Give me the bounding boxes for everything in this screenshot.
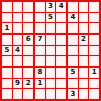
cell-r3c6[interactable] xyxy=(56,23,66,33)
cell-r3c4[interactable] xyxy=(35,23,45,33)
cell-r7c5[interactable] xyxy=(46,68,56,78)
cell-r4c2[interactable] xyxy=(13,35,23,45)
cell-r4c9[interactable] xyxy=(89,35,99,45)
cell-r3c2[interactable] xyxy=(13,23,23,33)
cell-r6c3[interactable] xyxy=(23,56,33,66)
cell-r3c9[interactable] xyxy=(89,23,99,33)
cell-r4c6[interactable] xyxy=(56,35,66,45)
cell-r6c4[interactable] xyxy=(35,56,45,66)
cell-r7c1[interactable] xyxy=(2,68,12,78)
cell-r1c2[interactable] xyxy=(13,2,23,12)
cell-r4c3: 6 xyxy=(23,35,33,45)
cell-r5c9[interactable] xyxy=(89,46,99,56)
cell-r9c9[interactable] xyxy=(89,89,99,99)
cell-r5c5[interactable] xyxy=(46,46,56,56)
cell-r7c4: 8 xyxy=(35,68,45,78)
cell-r1c5: 3 xyxy=(46,2,56,12)
cell-r5c4[interactable] xyxy=(35,46,45,56)
cell-r6c9[interactable] xyxy=(89,56,99,66)
sudoku-box-r3c1: 92 xyxy=(2,68,33,99)
cell-r5c7[interactable] xyxy=(68,46,78,56)
cell-r7c9: 1 xyxy=(89,68,99,78)
cell-r8c2: 9 xyxy=(13,79,23,89)
cell-r8c4: 1 xyxy=(35,79,45,89)
sudoku-box-r1c1: 1 xyxy=(2,2,33,33)
cell-r3c1: 1 xyxy=(2,23,12,33)
cell-r4c7[interactable] xyxy=(68,35,78,45)
cell-r1c9[interactable] xyxy=(89,2,99,12)
cell-r2c7: 4 xyxy=(68,13,78,23)
sudoku-box-r2c1: 654 xyxy=(2,35,33,66)
cell-r6c7[interactable] xyxy=(68,56,78,66)
cell-r2c3[interactable] xyxy=(23,13,33,23)
cell-r3c3[interactable] xyxy=(23,23,33,33)
cell-r4c1[interactable] xyxy=(2,35,12,45)
sudoku-box-r2c3: 2 xyxy=(68,35,99,66)
cell-r2c8[interactable] xyxy=(79,13,89,23)
cell-r2c6[interactable] xyxy=(56,13,66,23)
cell-r9c6[interactable] xyxy=(56,89,66,99)
cell-r6c1[interactable] xyxy=(2,56,12,66)
cell-r8c9[interactable] xyxy=(89,79,99,89)
cell-r2c1[interactable] xyxy=(2,13,12,23)
cell-r1c4[interactable] xyxy=(35,2,45,12)
cell-r6c6[interactable] xyxy=(56,56,66,66)
cell-r1c7[interactable] xyxy=(68,2,78,12)
cell-r7c3[interactable] xyxy=(23,68,33,78)
cell-r5c6[interactable] xyxy=(56,46,66,56)
cell-r9c1[interactable] xyxy=(2,89,12,99)
cell-r4c4: 7 xyxy=(35,35,45,45)
cell-r7c6[interactable] xyxy=(56,68,66,78)
cell-r6c2[interactable] xyxy=(13,56,23,66)
cell-r8c5[interactable] xyxy=(46,79,56,89)
sudoku-board: 13454654729281513 xyxy=(0,0,101,101)
cell-r1c3[interactable] xyxy=(23,2,33,12)
cell-r7c7: 5 xyxy=(68,68,78,78)
cell-r4c8: 2 xyxy=(79,35,89,45)
cell-r8c1[interactable] xyxy=(2,79,12,89)
sudoku-box-r3c2: 81 xyxy=(35,68,66,99)
cell-r5c1: 5 xyxy=(2,46,12,56)
cell-r5c2: 4 xyxy=(13,46,23,56)
cell-r9c5[interactable] xyxy=(46,89,56,99)
cell-r8c6[interactable] xyxy=(56,79,66,89)
cell-r2c2[interactable] xyxy=(13,13,23,23)
cell-r5c3[interactable] xyxy=(23,46,33,56)
cell-r8c3: 2 xyxy=(23,79,33,89)
cell-r8c7[interactable] xyxy=(68,79,78,89)
cell-r9c3[interactable] xyxy=(23,89,33,99)
cell-r6c5[interactable] xyxy=(46,56,56,66)
sudoku-box-r2c2: 7 xyxy=(35,35,66,66)
cell-r4c5[interactable] xyxy=(46,35,56,45)
cell-r9c7: 3 xyxy=(68,89,78,99)
cell-r7c2[interactable] xyxy=(13,68,23,78)
cell-r3c7[interactable] xyxy=(68,23,78,33)
sudoku-box-r3c3: 513 xyxy=(68,68,99,99)
cell-r9c2[interactable] xyxy=(13,89,23,99)
cell-r5c8[interactable] xyxy=(79,46,89,56)
cell-r9c8[interactable] xyxy=(79,89,89,99)
cell-r6c8[interactable] xyxy=(79,56,89,66)
cell-r2c5: 5 xyxy=(46,13,56,23)
cell-r1c6: 4 xyxy=(56,2,66,12)
sudoku-box-r1c3: 4 xyxy=(68,2,99,33)
cell-r3c5[interactable] xyxy=(46,23,56,33)
cell-r2c4[interactable] xyxy=(35,13,45,23)
sudoku-box-r1c2: 345 xyxy=(35,2,66,33)
cell-r1c1[interactable] xyxy=(2,2,12,12)
cell-r1c8[interactable] xyxy=(79,2,89,12)
cell-r9c4[interactable] xyxy=(35,89,45,99)
cell-r3c8[interactable] xyxy=(79,23,89,33)
cell-r2c9[interactable] xyxy=(89,13,99,23)
cell-r7c8[interactable] xyxy=(79,68,89,78)
cell-r8c8[interactable] xyxy=(79,79,89,89)
